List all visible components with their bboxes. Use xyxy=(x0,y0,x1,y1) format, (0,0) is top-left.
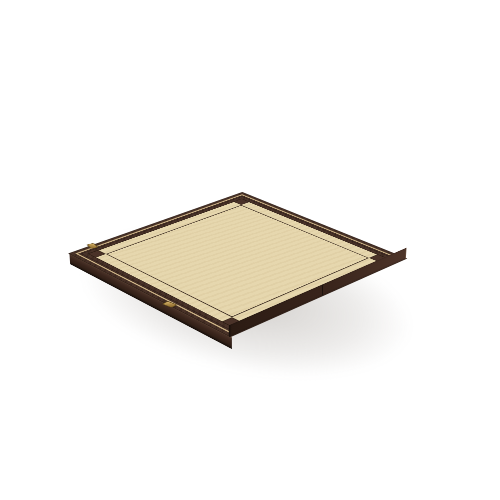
brass-clasp xyxy=(86,243,98,249)
chess-set-photo xyxy=(0,0,500,500)
